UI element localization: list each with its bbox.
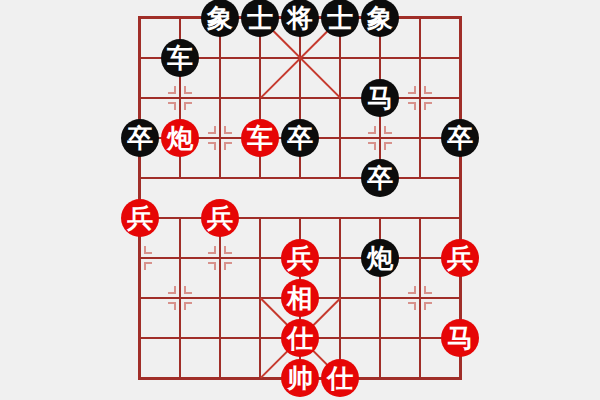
- piece-red-soldier[interactable]: 兵: [441, 239, 479, 277]
- piece-black-elephant[interactable]: 象: [361, 0, 399, 37]
- point-marker: [424, 302, 432, 310]
- point-marker: [408, 302, 416, 310]
- piece-red-general[interactable]: 帅: [281, 359, 319, 397]
- point-marker: [408, 102, 416, 110]
- point-marker: [208, 126, 216, 134]
- piece-black-soldier[interactable]: 卒: [281, 119, 319, 157]
- piece-black-soldier[interactable]: 卒: [121, 119, 159, 157]
- piece-red-chariot[interactable]: 车: [241, 119, 279, 157]
- point-marker: [424, 86, 432, 94]
- xiangqi-screenshot: 象士将士象车马卒炮车卒卒卒兵兵兵炮兵相仕马帅仕: [0, 0, 600, 400]
- piece-red-soldier[interactable]: 兵: [121, 199, 159, 237]
- point-marker: [144, 262, 152, 270]
- point-marker: [208, 142, 216, 150]
- piece-red-soldier[interactable]: 兵: [201, 199, 239, 237]
- point-marker: [208, 262, 216, 270]
- piece-red-advisor[interactable]: 仕: [321, 359, 359, 397]
- xiangqi-board[interactable]: 象士将士象车马卒炮车卒卒卒兵兵兵炮兵相仕马帅仕: [0, 0, 600, 400]
- piece-black-soldier[interactable]: 卒: [361, 159, 399, 197]
- piece-black-horse[interactable]: 马: [361, 79, 399, 117]
- piece-black-soldier[interactable]: 卒: [441, 119, 479, 157]
- point-marker: [368, 126, 376, 134]
- point-marker: [168, 286, 176, 294]
- point-marker: [168, 302, 176, 310]
- piece-black-elephant[interactable]: 象: [201, 0, 239, 37]
- point-marker: [168, 102, 176, 110]
- piece-black-general[interactable]: 将: [281, 0, 319, 37]
- point-marker: [424, 102, 432, 110]
- point-marker: [368, 142, 376, 150]
- point-marker: [424, 286, 432, 294]
- point-marker: [224, 262, 232, 270]
- point-marker: [184, 286, 192, 294]
- piece-black-cannon[interactable]: 炮: [361, 239, 399, 277]
- piece-black-chariot[interactable]: 车: [161, 39, 199, 77]
- piece-red-horse[interactable]: 马: [441, 319, 479, 357]
- point-marker: [184, 86, 192, 94]
- point-marker: [384, 142, 392, 150]
- point-marker: [184, 302, 192, 310]
- piece-black-advisor[interactable]: 士: [241, 0, 279, 37]
- piece-red-cannon[interactable]: 炮: [161, 119, 199, 157]
- point-marker: [224, 246, 232, 254]
- point-marker: [224, 142, 232, 150]
- point-marker: [408, 86, 416, 94]
- point-marker: [184, 102, 192, 110]
- point-marker: [208, 246, 216, 254]
- point-marker: [168, 86, 176, 94]
- point-marker: [144, 246, 152, 254]
- point-marker: [224, 126, 232, 134]
- point-marker: [408, 286, 416, 294]
- point-marker: [384, 126, 392, 134]
- piece-red-elephant[interactable]: 相: [281, 279, 319, 317]
- piece-red-advisor[interactable]: 仕: [281, 319, 319, 357]
- piece-black-advisor[interactable]: 士: [321, 0, 359, 37]
- piece-red-soldier[interactable]: 兵: [281, 239, 319, 277]
